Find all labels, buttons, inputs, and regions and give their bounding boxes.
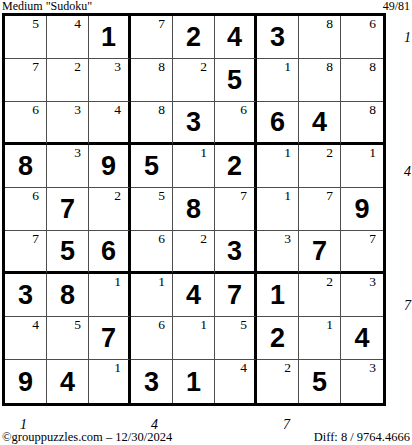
candidate-value: 2 — [326, 274, 333, 289]
solved-value: 6 — [101, 237, 116, 265]
solved-value: 8 — [60, 281, 75, 309]
solved-value: 2 — [270, 324, 285, 352]
cell-r4c6[interactable]: 2 — [215, 145, 257, 188]
cell-r7c5[interactable]: 4 — [173, 274, 215, 317]
cell-r2c8[interactable]: 8 — [299, 59, 341, 102]
cell-r1c5[interactable]: 2 — [173, 16, 215, 59]
candidate-value: 4 — [74, 16, 81, 31]
cell-r5c3[interactable]: 2 — [89, 188, 131, 231]
cell-r2c4[interactable]: 8 — [131, 59, 173, 102]
row-label-7: 7 — [404, 298, 411, 313]
candidate-value: 7 — [32, 59, 39, 74]
candidate-value: 6 — [32, 102, 39, 117]
cell-r6c8[interactable]: 7 — [299, 231, 341, 274]
cell-r9c8[interactable]: 5 — [299, 360, 341, 403]
candidate-value: 3 — [284, 231, 291, 246]
cell-r9c3[interactable]: 1 — [89, 360, 131, 403]
cell-r4c1[interactable]: 8 — [5, 145, 47, 188]
solved-value: 4 — [227, 23, 242, 51]
solved-value: 3 — [270, 23, 285, 51]
candidate-value: 2 — [200, 59, 207, 74]
header: Medium "Sudoku" 49/81 — [0, 0, 412, 13]
solved-value: 8 — [186, 195, 201, 223]
cell-r4c4[interactable]: 5 — [131, 145, 173, 188]
candidate-value: 5 — [240, 317, 247, 332]
cell-r5c9[interactable]: 9 — [341, 188, 383, 231]
progress-counter: 49/81 — [383, 0, 410, 12]
cell-r8c8[interactable]: 1 — [299, 317, 341, 360]
page-title: Medium "Sudoku" — [2, 0, 92, 12]
candidate-value: 1 — [369, 145, 376, 160]
candidate-value: 8 — [369, 102, 376, 117]
difficulty-text: Diff: 8 / 9764.4666 — [314, 430, 410, 444]
cell-r6c5[interactable]: 2 — [173, 231, 215, 274]
solved-value: 3 — [227, 237, 242, 265]
row-label-1: 1 — [404, 30, 411, 45]
candidate-value: 6 — [158, 317, 165, 332]
solved-value: 3 — [186, 108, 201, 136]
footer: ©grouppuzzles.com – 12/30/2024 Diff: 8 /… — [0, 430, 412, 444]
cell-r9c4[interactable]: 3 — [131, 360, 173, 403]
solved-value: 3 — [18, 281, 33, 309]
solved-value: 7 — [227, 281, 242, 309]
cell-r6c9[interactable]: 7 — [341, 231, 383, 274]
cell-r5c8[interactable]: 7 — [299, 188, 341, 231]
cell-r3c5[interactable]: 3 — [173, 102, 215, 145]
cell-r7c3[interactable]: 1 — [89, 274, 131, 317]
cell-r2c9[interactable]: 8 — [341, 59, 383, 102]
sudoku-page: Medium "Sudoku" 49/81 541724386723825188… — [0, 0, 412, 445]
candidate-value: 8 — [158, 102, 165, 117]
solved-value: 5 — [60, 237, 75, 265]
solved-value: 7 — [60, 195, 75, 223]
candidate-value: 3 — [74, 145, 81, 160]
candidate-value: 1 — [114, 274, 121, 289]
candidate-value: 8 — [158, 59, 165, 74]
candidate-value: 7 — [158, 16, 165, 31]
cell-r6c2[interactable]: 5 — [47, 231, 89, 274]
candidate-value: 6 — [32, 188, 39, 203]
solved-value: 1 — [186, 368, 201, 396]
solved-value: 4 — [354, 324, 369, 352]
cell-r1c8[interactable]: 8 — [299, 16, 341, 59]
candidate-value: 5 — [74, 317, 81, 332]
cell-r9c5[interactable]: 1 — [173, 360, 215, 403]
copyright-text: ©grouppuzzles.com – 12/30/2024 — [2, 430, 172, 444]
cell-r4c3[interactable]: 9 — [89, 145, 131, 188]
solved-value: 5 — [144, 152, 159, 180]
candidate-value: 5 — [32, 16, 39, 31]
solved-value: 5 — [227, 66, 242, 94]
cell-r3c9[interactable]: 8 — [341, 102, 383, 145]
candidate-value: 4 — [114, 102, 121, 117]
solved-value: 9 — [101, 152, 116, 180]
candidate-value: 6 — [240, 102, 247, 117]
candidate-value: 1 — [284, 145, 291, 160]
candidate-value: 3 — [369, 360, 376, 375]
solved-value: 7 — [101, 324, 116, 352]
solved-value: 1 — [270, 281, 285, 309]
cell-r9c6[interactable]: 4 — [215, 360, 257, 403]
candidate-value: 6 — [369, 16, 376, 31]
candidate-value: 7 — [32, 231, 39, 246]
cell-r1c9[interactable]: 6 — [341, 16, 383, 59]
cell-r4c7[interactable]: 1 — [257, 145, 299, 188]
cell-r7c8[interactable]: 2 — [299, 274, 341, 317]
cell-r5c7[interactable]: 1 — [257, 188, 299, 231]
candidate-value: 4 — [32, 317, 39, 332]
cell-r4c9[interactable]: 1 — [341, 145, 383, 188]
cell-r9c1[interactable]: 9 — [5, 360, 47, 403]
candidate-value: 5 — [158, 188, 165, 203]
cell-r4c5[interactable]: 1 — [173, 145, 215, 188]
cell-r1c2[interactable]: 4 — [47, 16, 89, 59]
cell-r6c4[interactable]: 6 — [131, 231, 173, 274]
cell-r3c1[interactable]: 6 — [5, 102, 47, 145]
cell-r8c4[interactable]: 6 — [131, 317, 173, 360]
cell-r1c6[interactable]: 4 — [215, 16, 257, 59]
cell-r3c2[interactable]: 3 — [47, 102, 89, 145]
cell-r8c3[interactable]: 7 — [89, 317, 131, 360]
cell-r3c3[interactable]: 4 — [89, 102, 131, 145]
solved-value: 6 — [270, 108, 285, 136]
candidate-value: 2 — [200, 231, 207, 246]
cell-r2c6[interactable]: 5 — [215, 59, 257, 102]
cell-r5c2[interactable]: 7 — [47, 188, 89, 231]
cell-r4c8[interactable]: 2 — [299, 145, 341, 188]
candidate-value: 1 — [114, 360, 121, 375]
cell-r1c1[interactable]: 5 — [5, 16, 47, 59]
candidate-value: 1 — [158, 274, 165, 289]
candidate-value: 1 — [200, 145, 207, 160]
cell-r7c2[interactable]: 8 — [47, 274, 89, 317]
solved-value: 4 — [312, 108, 327, 136]
cell-r5c6[interactable]: 7 — [215, 188, 257, 231]
candidate-value: 8 — [326, 16, 333, 31]
cell-r2c2[interactable]: 2 — [47, 59, 89, 102]
candidate-value: 8 — [326, 59, 333, 74]
cell-r1c4[interactable]: 7 — [131, 16, 173, 59]
candidate-value: 6 — [158, 231, 165, 246]
cell-r7c9[interactable]: 3 — [341, 274, 383, 317]
cell-r3c4[interactable]: 8 — [131, 102, 173, 145]
cell-r2c5[interactable]: 2 — [173, 59, 215, 102]
candidate-value: 1 — [284, 188, 291, 203]
candidate-value: 4 — [240, 360, 247, 375]
cell-r7c1[interactable]: 3 — [5, 274, 47, 317]
cell-r6c6[interactable]: 3 — [215, 231, 257, 274]
cell-r8c5[interactable]: 1 — [173, 317, 215, 360]
cell-r5c4[interactable]: 5 — [131, 188, 173, 231]
candidate-value: 1 — [200, 317, 207, 332]
cell-r2c7[interactable]: 1 — [257, 59, 299, 102]
solved-value: 7 — [312, 237, 327, 265]
cell-r5c5[interactable]: 8 — [173, 188, 215, 231]
sudoku-board: 5417243867238251886348366488395121216725… — [2, 13, 386, 406]
board-area: 5417243867238251886348366488395121216725… — [2, 13, 412, 432]
solved-value: 2 — [227, 152, 242, 180]
solved-value: 4 — [60, 368, 75, 396]
solved-value: 2 — [186, 23, 201, 51]
cell-r8c1[interactable]: 4 — [5, 317, 47, 360]
cell-r9c9[interactable]: 3 — [341, 360, 383, 403]
cell-r9c2[interactable]: 4 — [47, 360, 89, 403]
cell-r8c6[interactable]: 5 — [215, 317, 257, 360]
solved-value: 3 — [144, 368, 159, 396]
solved-value: 5 — [312, 368, 327, 396]
cell-r7c7[interactable]: 1 — [257, 274, 299, 317]
cell-r3c8[interactable]: 4 — [299, 102, 341, 145]
candidate-value: 3 — [369, 274, 376, 289]
candidate-value: 7 — [240, 188, 247, 203]
cell-r4c2[interactable]: 3 — [47, 145, 89, 188]
candidate-value: 7 — [326, 188, 333, 203]
cell-r9c7[interactable]: 2 — [257, 360, 299, 403]
candidate-value: 3 — [74, 102, 81, 117]
cell-r8c7[interactable]: 2 — [257, 317, 299, 360]
cell-r7c4[interactable]: 1 — [131, 274, 173, 317]
candidate-value: 2 — [114, 188, 121, 203]
candidate-value: 2 — [284, 360, 291, 375]
solved-value: 1 — [101, 23, 116, 51]
cell-r7c6[interactable]: 7 — [215, 274, 257, 317]
candidate-value: 3 — [114, 59, 121, 74]
solved-value: 9 — [18, 368, 33, 396]
candidate-value: 8 — [369, 59, 376, 74]
cell-r6c1[interactable]: 7 — [5, 231, 47, 274]
cell-r8c2[interactable]: 5 — [47, 317, 89, 360]
cell-r3c6[interactable]: 6 — [215, 102, 257, 145]
solved-value: 9 — [354, 195, 369, 223]
cell-r2c3[interactable]: 3 — [89, 59, 131, 102]
candidate-value: 1 — [284, 59, 291, 74]
candidate-value: 2 — [74, 59, 81, 74]
cell-r8c9[interactable]: 4 — [341, 317, 383, 360]
solved-value: 8 — [18, 152, 33, 180]
cell-r5c1[interactable]: 6 — [5, 188, 47, 231]
cell-r1c3[interactable]: 1 — [89, 16, 131, 59]
cell-r6c3[interactable]: 6 — [89, 231, 131, 274]
row-label-4: 4 — [404, 164, 411, 179]
candidate-value: 1 — [326, 317, 333, 332]
cell-r6c7[interactable]: 3 — [257, 231, 299, 274]
candidate-value: 7 — [369, 231, 376, 246]
cell-r3c7[interactable]: 6 — [257, 102, 299, 145]
solved-value: 4 — [186, 281, 201, 309]
cell-r1c7[interactable]: 3 — [257, 16, 299, 59]
cell-r2c1[interactable]: 7 — [5, 59, 47, 102]
candidate-value: 2 — [326, 145, 333, 160]
